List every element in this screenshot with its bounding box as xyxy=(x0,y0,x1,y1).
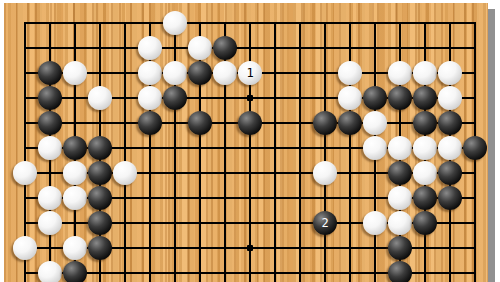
white-stone[interactable] xyxy=(188,36,212,60)
black-stone[interactable] xyxy=(338,111,362,135)
black-stone[interactable] xyxy=(238,111,262,135)
white-stone[interactable] xyxy=(38,136,62,160)
white-stone[interactable] xyxy=(438,61,462,85)
grid-line-horizontal xyxy=(24,22,476,24)
grid-line-vertical xyxy=(324,22,326,282)
black-stone[interactable] xyxy=(88,136,112,160)
black-stone[interactable] xyxy=(63,136,87,160)
board-drop-shadow xyxy=(488,9,495,282)
black-stone[interactable] xyxy=(438,186,462,210)
black-stone[interactable] xyxy=(88,161,112,185)
white-stone[interactable] xyxy=(363,211,387,235)
white-stone[interactable] xyxy=(213,61,237,85)
black-stone[interactable] xyxy=(413,86,437,110)
white-stone[interactable] xyxy=(338,61,362,85)
white-stone[interactable] xyxy=(413,161,437,185)
white-stone[interactable]: 1 xyxy=(238,61,262,85)
black-stone[interactable] xyxy=(363,86,387,110)
black-stone[interactable] xyxy=(313,111,337,135)
black-stone[interactable] xyxy=(138,111,162,135)
white-stone[interactable] xyxy=(138,61,162,85)
white-stone[interactable] xyxy=(38,261,62,282)
black-stone[interactable]: 2 xyxy=(313,211,337,235)
white-stone[interactable] xyxy=(388,136,412,160)
white-stone[interactable] xyxy=(313,161,337,185)
white-stone[interactable] xyxy=(413,136,437,160)
white-stone[interactable] xyxy=(138,86,162,110)
white-stone[interactable] xyxy=(88,86,112,110)
black-stone[interactable] xyxy=(88,211,112,235)
move-number-label: 1 xyxy=(246,67,253,79)
black-stone[interactable] xyxy=(388,86,412,110)
white-stone[interactable] xyxy=(63,61,87,85)
grid-line-vertical xyxy=(299,22,301,282)
black-stone[interactable] xyxy=(413,111,437,135)
white-stone[interactable] xyxy=(388,61,412,85)
white-stone[interactable] xyxy=(63,186,87,210)
black-stone[interactable] xyxy=(438,161,462,185)
white-stone[interactable] xyxy=(13,161,37,185)
white-stone[interactable] xyxy=(363,136,387,160)
black-stone[interactable] xyxy=(388,236,412,260)
white-stone[interactable] xyxy=(38,186,62,210)
white-stone[interactable] xyxy=(388,186,412,210)
black-stone[interactable] xyxy=(463,136,487,160)
black-stone[interactable] xyxy=(388,261,412,282)
grid-line-horizontal xyxy=(24,47,476,49)
black-stone[interactable] xyxy=(188,61,212,85)
white-stone[interactable] xyxy=(113,161,137,185)
grid-line-vertical xyxy=(274,22,276,282)
white-stone[interactable] xyxy=(63,161,87,185)
black-stone[interactable] xyxy=(88,186,112,210)
star-point xyxy=(247,245,253,251)
star-point xyxy=(247,95,253,101)
white-stone[interactable] xyxy=(13,236,37,260)
black-stone[interactable] xyxy=(413,186,437,210)
go-board-screenshot: 12 xyxy=(0,0,500,282)
black-stone[interactable] xyxy=(38,111,62,135)
black-stone[interactable] xyxy=(38,61,62,85)
black-stone[interactable] xyxy=(38,86,62,110)
grid-line-vertical xyxy=(124,22,126,282)
black-stone[interactable] xyxy=(163,86,187,110)
white-stone[interactable] xyxy=(163,61,187,85)
white-stone[interactable] xyxy=(413,61,437,85)
move-number-label: 2 xyxy=(321,217,328,229)
black-stone[interactable] xyxy=(188,111,212,135)
white-stone[interactable] xyxy=(63,236,87,260)
white-stone[interactable] xyxy=(438,86,462,110)
black-stone[interactable] xyxy=(388,161,412,185)
black-stone[interactable] xyxy=(63,261,87,282)
black-stone[interactable] xyxy=(213,36,237,60)
white-stone[interactable] xyxy=(163,11,187,35)
white-stone[interactable] xyxy=(438,136,462,160)
white-stone[interactable] xyxy=(363,111,387,135)
black-stone[interactable] xyxy=(413,211,437,235)
white-stone[interactable] xyxy=(338,86,362,110)
white-stone[interactable] xyxy=(138,36,162,60)
black-stone[interactable] xyxy=(438,111,462,135)
white-stone[interactable] xyxy=(388,211,412,235)
white-stone[interactable] xyxy=(38,211,62,235)
black-stone[interactable] xyxy=(88,236,112,260)
